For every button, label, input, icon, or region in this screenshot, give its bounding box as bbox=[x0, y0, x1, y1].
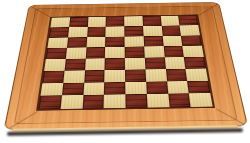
square-d2 bbox=[104, 82, 125, 95]
square-f7 bbox=[143, 26, 162, 36]
square-e2 bbox=[125, 81, 146, 94]
square-b6 bbox=[67, 37, 87, 48]
square-h5 bbox=[183, 46, 204, 57]
square-d5 bbox=[105, 47, 125, 58]
square-b5 bbox=[66, 48, 86, 59]
frame-miter-top-left bbox=[29, 5, 52, 18]
board-grid bbox=[36, 14, 215, 110]
square-e4 bbox=[125, 58, 145, 70]
square-c5 bbox=[85, 47, 105, 58]
square-d4 bbox=[105, 58, 125, 70]
square-e1 bbox=[125, 94, 147, 108]
square-c1 bbox=[82, 95, 104, 109]
square-g4 bbox=[164, 57, 185, 69]
square-g8 bbox=[160, 16, 179, 26]
square-a2 bbox=[40, 83, 63, 96]
square-d8 bbox=[106, 17, 124, 27]
square-b2 bbox=[62, 82, 84, 95]
square-h3 bbox=[186, 68, 208, 80]
square-a5 bbox=[46, 48, 67, 59]
square-e7 bbox=[124, 26, 143, 36]
square-e8 bbox=[124, 16, 143, 26]
square-h6 bbox=[181, 35, 202, 46]
chessboard-photo bbox=[0, 0, 250, 143]
square-c2 bbox=[83, 82, 105, 95]
board-perspective-wrapper bbox=[4, 2, 249, 130]
square-f3 bbox=[145, 69, 166, 81]
square-h8 bbox=[178, 15, 198, 25]
square-a1 bbox=[39, 96, 62, 110]
square-h2 bbox=[187, 80, 210, 93]
square-f6 bbox=[143, 36, 163, 47]
square-c6 bbox=[86, 37, 106, 48]
square-g6 bbox=[162, 35, 182, 46]
square-f1 bbox=[147, 94, 170, 108]
square-b4 bbox=[64, 59, 85, 71]
square-d3 bbox=[104, 70, 125, 82]
square-a7 bbox=[49, 27, 69, 37]
square-c3 bbox=[84, 70, 105, 82]
square-a8 bbox=[50, 17, 69, 27]
square-e5 bbox=[125, 47, 145, 58]
square-b1 bbox=[60, 95, 83, 109]
square-d1 bbox=[104, 95, 126, 109]
square-f2 bbox=[146, 81, 168, 94]
square-b7 bbox=[68, 27, 88, 37]
frame-miter-top-right bbox=[198, 2, 220, 15]
square-f8 bbox=[142, 16, 161, 26]
square-f4 bbox=[145, 57, 166, 69]
square-f5 bbox=[144, 46, 164, 57]
square-d7 bbox=[106, 26, 125, 36]
square-h1 bbox=[189, 93, 213, 107]
square-g7 bbox=[161, 25, 181, 35]
square-g5 bbox=[163, 46, 184, 57]
square-c7 bbox=[87, 27, 106, 37]
square-g3 bbox=[165, 69, 187, 81]
frame-miter-bottom-left bbox=[4, 111, 38, 130]
chess-board bbox=[4, 2, 249, 130]
square-e6 bbox=[124, 36, 143, 47]
square-a6 bbox=[47, 37, 67, 48]
square-g1 bbox=[168, 94, 191, 108]
photo-tilt-wrapper bbox=[0, 0, 250, 143]
square-b3 bbox=[63, 70, 84, 82]
square-d6 bbox=[105, 36, 124, 47]
square-a4 bbox=[44, 59, 65, 71]
square-h4 bbox=[184, 57, 206, 69]
square-a3 bbox=[42, 71, 64, 84]
square-c8 bbox=[87, 17, 106, 27]
square-h7 bbox=[180, 25, 200, 35]
square-e3 bbox=[125, 69, 146, 81]
square-g2 bbox=[167, 81, 189, 94]
square-c4 bbox=[85, 58, 105, 70]
square-b8 bbox=[69, 17, 88, 27]
